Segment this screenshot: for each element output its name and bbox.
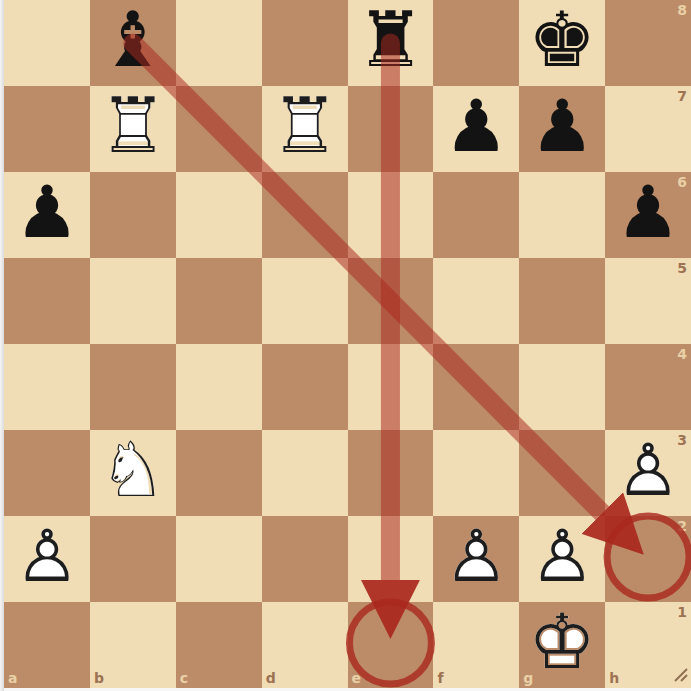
white-pawn-glyph: ♙ <box>15 520 80 592</box>
square-g5[interactable] <box>519 258 605 344</box>
square-f8[interactable] <box>433 0 519 86</box>
square-d5[interactable] <box>262 258 348 344</box>
square-h2[interactable]: 2 <box>605 516 691 602</box>
square-f2[interactable]: ♟♙ <box>433 516 519 602</box>
square-g4[interactable] <box>519 344 605 430</box>
piece-black-pawn[interactable]: ♟ <box>605 172 691 258</box>
square-d3[interactable] <box>262 430 348 516</box>
file-label-c: c <box>180 670 188 686</box>
rank-label-5: 5 <box>677 260 687 276</box>
black-pawn-glyph: ♟ <box>444 90 509 162</box>
rank-label-4: 4 <box>677 346 687 362</box>
square-c1[interactable]: c <box>176 602 262 688</box>
page: ♝♜♚8♜♖♜♖♟♟7♟6♟54♞♘3♟♙♟♙♟♙♟♙2abcdefg♚♔h1 <box>0 0 691 691</box>
piece-black-pawn[interactable]: ♟ <box>519 86 605 172</box>
file-label-f: f <box>437 670 443 686</box>
square-e4[interactable] <box>348 344 434 430</box>
piece-black-pawn[interactable]: ♟ <box>4 172 90 258</box>
rank-label-1: 1 <box>677 604 687 620</box>
board-resize-handle-icon[interactable] <box>672 666 690 684</box>
piece-white-pawn[interactable]: ♟♙ <box>433 516 519 602</box>
square-d1[interactable]: d <box>262 602 348 688</box>
white-rook-glyph: ♖ <box>270 88 338 164</box>
square-e1[interactable]: e <box>348 602 434 688</box>
square-h4[interactable]: 4 <box>605 344 691 430</box>
square-c5[interactable] <box>176 258 262 344</box>
square-f4[interactable] <box>433 344 519 430</box>
square-h7[interactable]: 7 <box>605 86 691 172</box>
square-a5[interactable] <box>4 258 90 344</box>
piece-white-pawn[interactable]: ♟♙ <box>4 516 90 602</box>
square-g2[interactable]: ♟♙ <box>519 516 605 602</box>
piece-white-knight[interactable]: ♞♘ <box>90 430 176 516</box>
black-pawn-glyph: ♟ <box>616 176 681 248</box>
square-b2[interactable] <box>90 516 176 602</box>
file-label-d: d <box>266 670 276 686</box>
square-c7[interactable] <box>176 86 262 172</box>
square-f5[interactable] <box>433 258 519 344</box>
square-h6[interactable]: 6♟ <box>605 172 691 258</box>
square-e3[interactable] <box>348 430 434 516</box>
piece-white-rook[interactable]: ♜♖ <box>90 86 176 172</box>
chess-board[interactable]: ♝♜♚8♜♖♜♖♟♟7♟6♟54♞♘3♟♙♟♙♟♙♟♙2abcdefg♚♔h1 <box>4 0 691 688</box>
piece-black-king[interactable]: ♚ <box>519 0 605 86</box>
square-b1[interactable]: b <box>90 602 176 688</box>
black-pawn-glyph: ♟ <box>15 176 80 248</box>
black-bishop-glyph: ♝ <box>99 2 167 78</box>
square-b3[interactable]: ♞♘ <box>90 430 176 516</box>
square-a1[interactable]: a <box>4 602 90 688</box>
square-e7[interactable] <box>348 86 434 172</box>
square-a6[interactable]: ♟ <box>4 172 90 258</box>
square-f1[interactable]: f <box>433 602 519 688</box>
white-pawn-glyph: ♙ <box>444 520 509 592</box>
rank-label-8: 8 <box>677 2 687 18</box>
square-b6[interactable] <box>90 172 176 258</box>
piece-white-pawn[interactable]: ♟♙ <box>519 516 605 602</box>
white-rook-glyph: ♖ <box>99 88 167 164</box>
white-pawn-glyph: ♙ <box>616 434 681 506</box>
square-d7[interactable]: ♜♖ <box>262 86 348 172</box>
square-c3[interactable] <box>176 430 262 516</box>
square-g3[interactable] <box>519 430 605 516</box>
piece-white-rook[interactable]: ♜♖ <box>262 86 348 172</box>
square-d2[interactable] <box>262 516 348 602</box>
black-king-glyph: ♚ <box>528 2 596 78</box>
square-g6[interactable] <box>519 172 605 258</box>
rank-label-2: 2 <box>677 518 687 534</box>
square-d8[interactable] <box>262 0 348 86</box>
square-d6[interactable] <box>262 172 348 258</box>
square-c6[interactable] <box>176 172 262 258</box>
square-g1[interactable]: g♚♔ <box>519 602 605 688</box>
square-g7[interactable]: ♟ <box>519 86 605 172</box>
rank-label-7: 7 <box>677 88 687 104</box>
square-e5[interactable] <box>348 258 434 344</box>
square-b4[interactable] <box>90 344 176 430</box>
black-pawn-glyph: ♟ <box>530 90 595 162</box>
white-king-glyph: ♔ <box>528 604 596 680</box>
square-e6[interactable] <box>348 172 434 258</box>
square-a2[interactable]: ♟♙ <box>4 516 90 602</box>
file-label-a: a <box>8 670 17 686</box>
square-h3[interactable]: 3♟♙ <box>605 430 691 516</box>
square-c4[interactable] <box>176 344 262 430</box>
piece-white-pawn[interactable]: ♟♙ <box>605 430 691 516</box>
square-e2[interactable] <box>348 516 434 602</box>
square-f7[interactable]: ♟ <box>433 86 519 172</box>
square-f6[interactable] <box>433 172 519 258</box>
file-label-h: h <box>609 670 619 686</box>
square-b7[interactable]: ♜♖ <box>90 86 176 172</box>
white-knight-glyph: ♘ <box>99 432 167 508</box>
square-c8[interactable] <box>176 0 262 86</box>
black-rook-glyph: ♜ <box>356 2 424 78</box>
square-a3[interactable] <box>4 430 90 516</box>
square-h8[interactable]: 8 <box>605 0 691 86</box>
square-a4[interactable] <box>4 344 90 430</box>
file-label-b: b <box>94 670 104 686</box>
square-c2[interactable] <box>176 516 262 602</box>
square-h5[interactable]: 5 <box>605 258 691 344</box>
piece-black-pawn[interactable]: ♟ <box>433 86 519 172</box>
file-label-e: e <box>352 670 362 686</box>
square-d4[interactable] <box>262 344 348 430</box>
white-pawn-glyph: ♙ <box>530 520 595 592</box>
square-b8[interactable]: ♝ <box>90 0 176 86</box>
square-a8[interactable] <box>4 0 90 86</box>
piece-white-king[interactable]: ♚♔ <box>519 602 605 688</box>
square-e8[interactable]: ♜ <box>348 0 434 86</box>
piece-black-bishop[interactable]: ♝ <box>90 0 176 86</box>
square-b5[interactable] <box>90 258 176 344</box>
piece-black-rook[interactable]: ♜ <box>348 0 434 86</box>
square-a7[interactable] <box>4 86 90 172</box>
square-g8[interactable]: ♚ <box>519 0 605 86</box>
square-f3[interactable] <box>433 430 519 516</box>
